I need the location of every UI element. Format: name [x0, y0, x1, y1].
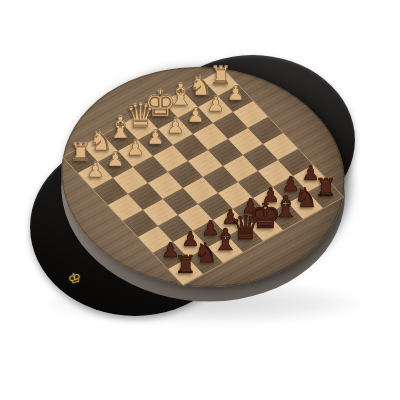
- piece-black-rook-a8[interactable]: ♜: [174, 251, 196, 276]
- piece-white-pawn-h2[interactable]: ♟: [227, 83, 245, 103]
- piece-white-pawn-e2[interactable]: ♟: [167, 116, 185, 136]
- piece-white-pawn-b2[interactable]: ♟: [107, 149, 125, 169]
- chess-set-photo: ♔ ♜♞♝♛♚♝♞♜♟♟♟♟♟♟♟♟♟♟♟♟♟♟♟♟♜♞♝♛♚♝♞♜: [0, 0, 400, 400]
- piece-white-pawn-f2[interactable]: ♟: [187, 105, 205, 125]
- piece-white-pawn-a2[interactable]: ♟: [87, 160, 105, 180]
- pieces-layer: ♜♞♝♛♚♝♞♜♟♟♟♟♟♟♟♟♟♟♟♟♟♟♟♟♜♞♝♛♚♝♞♜: [0, 0, 400, 400]
- piece-white-pawn-d2[interactable]: ♟: [147, 127, 165, 147]
- piece-black-rook-h8[interactable]: ♜: [314, 174, 336, 199]
- piece-black-knight-b8[interactable]: ♞: [193, 238, 217, 265]
- piece-white-pawn-g2[interactable]: ♟: [207, 94, 225, 114]
- piece-white-pawn-c2[interactable]: ♟: [127, 138, 145, 158]
